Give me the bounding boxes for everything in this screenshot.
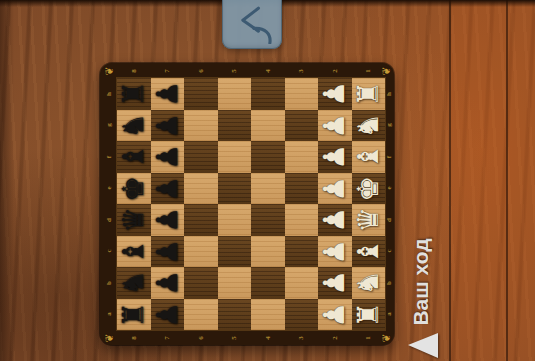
- square-e1[interactable]: ♚: [352, 173, 386, 205]
- coord-label-top-7: 7: [163, 69, 171, 73]
- coord-label-right-e: e: [385, 187, 393, 190]
- piece-black-P: ♟: [152, 109, 184, 143]
- piece-black-P: ♟: [152, 172, 184, 206]
- square-e2[interactable]: ♟: [318, 173, 352, 205]
- square-a4[interactable]: [251, 299, 285, 331]
- square-b1[interactable]: ♞: [352, 267, 386, 299]
- square-c4[interactable]: [251, 236, 285, 268]
- wood-plank-seam: [506, 0, 508, 361]
- piece-white-P: ♟: [319, 140, 351, 174]
- coord-label-bottom-6: 6: [197, 336, 205, 340]
- piece-black-R: ♜: [118, 77, 150, 111]
- square-e8[interactable]: ♚: [117, 173, 151, 205]
- square-d8[interactable]: ♛: [117, 204, 151, 236]
- coord-label-top-2: 2: [331, 69, 339, 73]
- square-d5[interactable]: [218, 204, 252, 236]
- square-a1[interactable]: ♜: [352, 299, 386, 331]
- square-e4[interactable]: [251, 173, 285, 205]
- square-g2[interactable]: ♟: [318, 110, 352, 142]
- piece-black-P: ♟: [152, 77, 184, 111]
- left-triangle-icon: [408, 333, 438, 358]
- square-b2[interactable]: ♟: [318, 267, 352, 299]
- corner-ornament-icon: ❦: [379, 66, 392, 75]
- square-f6[interactable]: [184, 141, 218, 173]
- square-h4[interactable]: [251, 78, 285, 110]
- square-c6[interactable]: [184, 236, 218, 268]
- square-b8[interactable]: ♞: [117, 267, 151, 299]
- piece-white-P: ♟: [319, 77, 351, 111]
- square-a3[interactable]: [285, 299, 319, 331]
- square-f2[interactable]: ♟: [318, 141, 352, 173]
- square-a5[interactable]: [218, 299, 252, 331]
- square-c8[interactable]: ♝: [117, 236, 151, 268]
- corner-ornament-icon: ❦: [102, 333, 115, 342]
- wood-plank-right: [451, 0, 535, 361]
- piece-black-K: ♚: [118, 172, 150, 206]
- coord-label-bottom-7: 7: [163, 336, 171, 340]
- piece-white-P: ♟: [319, 266, 351, 300]
- square-g3[interactable]: [285, 110, 319, 142]
- square-a7[interactable]: ♟: [151, 299, 185, 331]
- piece-black-P: ♟: [152, 266, 184, 300]
- coord-label-right-f: f: [385, 156, 393, 158]
- piece-white-N: ♞: [353, 266, 385, 300]
- piece-white-P: ♟: [319, 203, 351, 237]
- piece-white-B: ♝: [353, 235, 385, 269]
- square-h1[interactable]: ♜: [352, 78, 386, 110]
- square-g5[interactable]: [218, 110, 252, 142]
- piece-black-N: ♞: [118, 266, 150, 300]
- coord-label-left-a: a: [105, 313, 113, 317]
- piece-white-P: ♟: [319, 298, 351, 332]
- square-g4[interactable]: [251, 110, 285, 142]
- piece-black-P: ♟: [152, 235, 184, 269]
- app-screen: ♜♟♟♜♞♟♟♞♝♟♟♝♚♟♟♚♛♟♟♛♝♟♟♝♞♟♟♞♜♟♟♜ 8877665…: [0, 0, 535, 361]
- coord-label-right-d: d: [385, 218, 393, 222]
- piece-white-P: ♟: [319, 109, 351, 143]
- square-e3[interactable]: [285, 173, 319, 205]
- undo-button[interactable]: [222, 0, 282, 49]
- square-h7[interactable]: ♟: [151, 78, 185, 110]
- square-b6[interactable]: [184, 267, 218, 299]
- square-b4[interactable]: [251, 267, 285, 299]
- square-c3[interactable]: [285, 236, 319, 268]
- piece-black-P: ♟: [152, 298, 184, 332]
- piece-white-B: ♝: [353, 140, 385, 174]
- piece-white-P: ♟: [319, 172, 351, 206]
- square-d7[interactable]: ♟: [151, 204, 185, 236]
- coord-label-bottom-5: 5: [230, 336, 238, 340]
- square-c1[interactable]: ♝: [352, 236, 386, 268]
- coord-label-bottom-1: 1: [364, 336, 372, 340]
- piece-white-N: ♞: [353, 109, 385, 143]
- coord-label-bottom-8: 8: [130, 336, 138, 340]
- square-c2[interactable]: ♟: [318, 236, 352, 268]
- square-c5[interactable]: [218, 236, 252, 268]
- square-g6[interactable]: [184, 110, 218, 142]
- square-e7[interactable]: ♟: [151, 173, 185, 205]
- piece-white-P: ♟: [319, 235, 351, 269]
- piece-white-R: ♜: [353, 77, 385, 111]
- coord-label-right-h: h: [385, 92, 393, 96]
- square-g7[interactable]: ♟: [151, 110, 185, 142]
- square-f1[interactable]: ♝: [352, 141, 386, 173]
- piece-black-P: ♟: [152, 140, 184, 174]
- square-g8[interactable]: ♞: [117, 110, 151, 142]
- undo-arrow-icon: [230, 0, 274, 44]
- square-b7[interactable]: ♟: [151, 267, 185, 299]
- square-d3[interactable]: [285, 204, 319, 236]
- coord-label-right-b: b: [385, 281, 393, 285]
- corner-ornament-icon: ❦: [379, 333, 392, 342]
- square-a6[interactable]: [184, 299, 218, 331]
- wood-plank-seam: [449, 0, 451, 361]
- chess-board: ♜♟♟♜♞♟♟♞♝♟♟♝♚♟♟♚♛♟♟♛♝♟♟♝♞♟♟♞♜♟♟♜ 8877665…: [100, 63, 394, 345]
- square-h5[interactable]: [218, 78, 252, 110]
- square-f5[interactable]: [218, 141, 252, 173]
- piece-black-B: ♝: [118, 140, 150, 174]
- square-h6[interactable]: [184, 78, 218, 110]
- piece-white-R: ♜: [353, 298, 385, 332]
- square-c7[interactable]: ♟: [151, 236, 185, 268]
- coord-label-left-b: b: [105, 281, 113, 285]
- piece-black-R: ♜: [118, 298, 150, 332]
- coord-label-left-h: h: [105, 92, 113, 96]
- board-grid: ♜♟♟♜♞♟♟♞♝♟♟♝♚♟♟♚♛♟♟♛♝♟♟♝♞♟♟♞♜♟♟♜: [117, 78, 385, 330]
- square-a8[interactable]: ♜: [117, 299, 151, 331]
- coord-label-top-5: 5: [230, 69, 238, 73]
- piece-black-Q: ♛: [118, 203, 150, 237]
- corner-ornament-icon: ❦: [102, 66, 115, 75]
- coord-label-right-g: g: [385, 124, 393, 128]
- square-g1[interactable]: ♞: [352, 110, 386, 142]
- square-f8[interactable]: ♝: [117, 141, 151, 173]
- square-a2[interactable]: ♟: [318, 299, 352, 331]
- piece-black-N: ♞: [118, 109, 150, 143]
- square-h3[interactable]: [285, 78, 319, 110]
- piece-black-B: ♝: [118, 235, 150, 269]
- piece-white-Q: ♛: [353, 203, 385, 237]
- square-f4[interactable]: [251, 141, 285, 173]
- coord-label-right-a: a: [385, 313, 393, 317]
- square-f7[interactable]: ♟: [151, 141, 185, 173]
- piece-black-P: ♟: [152, 203, 184, 237]
- coord-label-left-g: g: [105, 124, 113, 128]
- square-e5[interactable]: [218, 173, 252, 205]
- coord-label-top-4: 4: [264, 69, 272, 73]
- square-d6[interactable]: [184, 204, 218, 236]
- coord-label-top-6: 6: [197, 69, 205, 73]
- square-d2[interactable]: ♟: [318, 204, 352, 236]
- square-d4[interactable]: [251, 204, 285, 236]
- square-h2[interactable]: ♟: [318, 78, 352, 110]
- turn-status-text: Ваш ход: [409, 238, 433, 325]
- coord-label-top-8: 8: [130, 69, 138, 73]
- square-f3[interactable]: [285, 141, 319, 173]
- coord-label-left-f: f: [105, 156, 113, 158]
- square-b3[interactable]: [285, 267, 319, 299]
- square-h8[interactable]: ♜: [117, 78, 151, 110]
- square-b5[interactable]: [218, 267, 252, 299]
- coord-label-left-e: e: [105, 187, 113, 190]
- piece-white-K: ♚: [353, 172, 385, 206]
- square-e6[interactable]: [184, 173, 218, 205]
- left-shadow-band: [0, 0, 14, 361]
- coord-label-top-1: 1: [364, 69, 372, 73]
- coord-label-bottom-3: 3: [297, 336, 305, 340]
- coord-label-top-3: 3: [297, 69, 305, 73]
- coord-label-left-c: c: [105, 250, 113, 253]
- coord-label-bottom-4: 4: [264, 336, 272, 340]
- coord-label-left-d: d: [105, 218, 113, 222]
- square-d1[interactable]: ♛: [352, 204, 386, 236]
- coord-label-right-c: c: [385, 250, 393, 253]
- coord-label-bottom-2: 2: [331, 336, 339, 340]
